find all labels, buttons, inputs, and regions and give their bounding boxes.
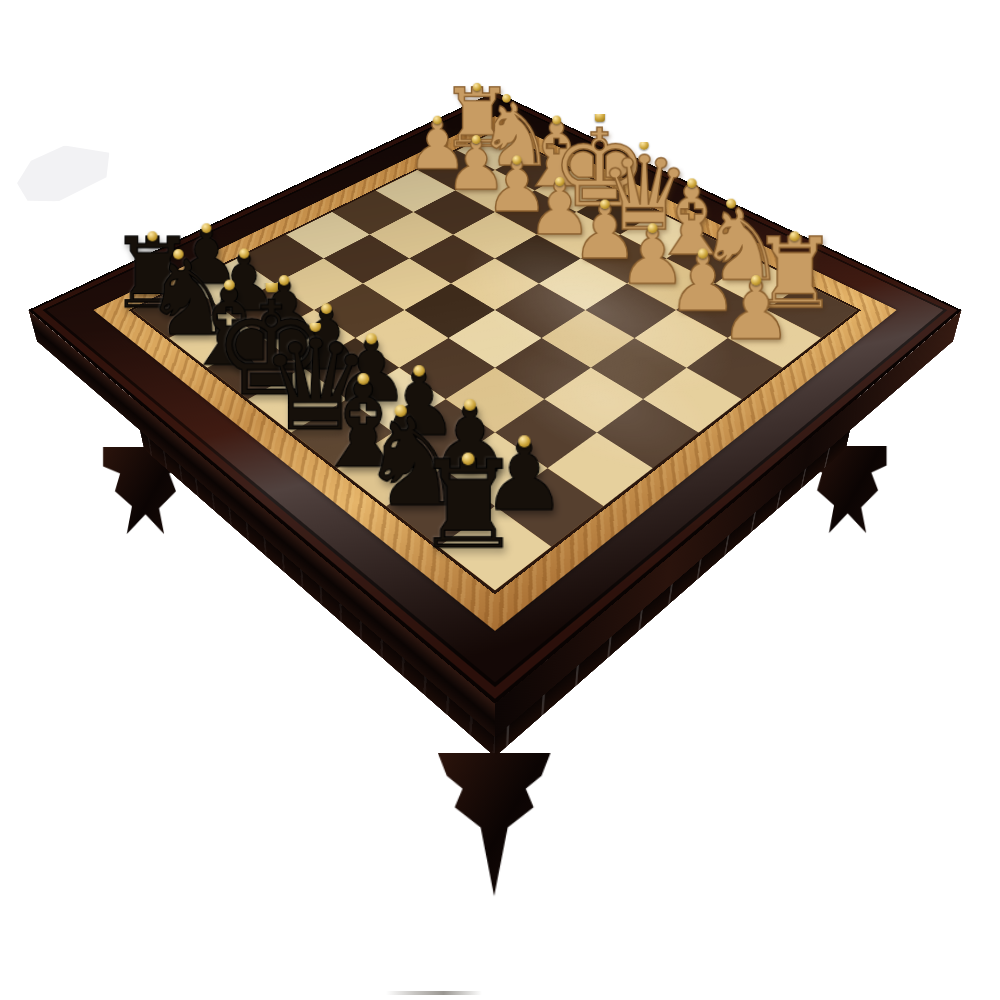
piece-black-rook-a8[interactable]: ♜	[414, 445, 523, 566]
chess-set-photo-scene: ♜♞♝♚♛♝♞♜♟♟♟♟♟♟♟♟♟♟♟♟♟♟♟♟♜♞♝♚♛♝♞♜	[0, 0, 1000, 1000]
floor-shadow-line	[386, 991, 482, 995]
bracket-foot-front	[438, 753, 551, 896]
board-frame: ♜♞♝♚♛♝♞♜♟♟♟♟♟♟♟♟♟♟♟♟♟♟♟♟♜♞♝♚♛♝♞♜	[28, 92, 961, 704]
chess-board-assembly: ♜♞♝♚♛♝♞♜♟♟♟♟♟♟♟♟♟♟♟♟♟♟♟♟♜♞♝♚♛♝♞♜	[28, 92, 961, 704]
piece-white-pawn-a2[interactable]: ♟	[720, 270, 793, 351]
paper-tag	[12, 139, 115, 207]
